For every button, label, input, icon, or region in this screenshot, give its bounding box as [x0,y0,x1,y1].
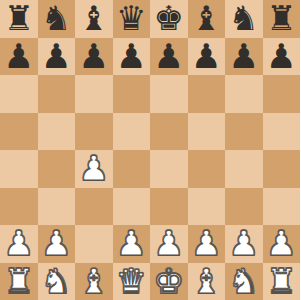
square-c5[interactable] [75,113,113,151]
piece-black-king[interactable]: ♚ [154,0,184,37]
square-d3[interactable] [113,188,151,226]
square-f2[interactable]: ♟ [188,225,226,263]
piece-black-bishop[interactable]: ♝ [191,0,221,37]
piece-black-knight[interactable]: ♞ [229,0,259,37]
square-h6[interactable] [263,75,301,113]
piece-black-queen[interactable]: ♛ [116,0,146,37]
square-h5[interactable] [263,113,301,151]
square-b1[interactable]: ♞ [38,263,76,300]
square-g1[interactable]: ♞ [225,263,263,300]
piece-white-pawn[interactable]: ♟ [229,225,259,262]
square-g3[interactable] [225,188,263,226]
square-b2[interactable]: ♟ [38,225,76,263]
square-b8[interactable]: ♞ [38,0,76,38]
square-e8[interactable]: ♚ [150,0,188,38]
square-f6[interactable] [188,75,226,113]
piece-white-pawn[interactable]: ♟ [116,225,146,262]
square-d7[interactable]: ♟ [113,38,151,76]
piece-black-pawn[interactable]: ♟ [4,38,34,75]
square-c6[interactable] [75,75,113,113]
square-f5[interactable] [188,113,226,151]
square-h1[interactable]: ♜ [263,263,301,300]
square-e6[interactable] [150,75,188,113]
square-a2[interactable]: ♟ [0,225,38,263]
piece-black-bishop[interactable]: ♝ [79,0,109,37]
square-a7[interactable]: ♟ [0,38,38,76]
square-g7[interactable]: ♟ [225,38,263,76]
piece-white-pawn[interactable]: ♟ [41,225,71,262]
square-c4[interactable]: ♟ [75,150,113,188]
piece-black-pawn[interactable]: ♟ [154,38,184,75]
piece-black-knight[interactable]: ♞ [41,0,71,37]
square-b6[interactable] [38,75,76,113]
square-g5[interactable] [225,113,263,151]
piece-black-pawn[interactable]: ♟ [229,38,259,75]
square-e7[interactable]: ♟ [150,38,188,76]
square-a1[interactable]: ♜ [0,263,38,300]
square-h7[interactable]: ♟ [263,38,301,76]
square-h3[interactable] [263,188,301,226]
square-f3[interactable] [188,188,226,226]
square-f8[interactable]: ♝ [188,0,226,38]
square-g6[interactable] [225,75,263,113]
piece-white-queen[interactable]: ♛ [116,263,146,300]
square-a5[interactable] [0,113,38,151]
square-h4[interactable] [263,150,301,188]
piece-white-bishop[interactable]: ♝ [79,263,109,300]
square-d2[interactable]: ♟ [113,225,151,263]
square-h2[interactable]: ♟ [263,225,301,263]
piece-white-bishop[interactable]: ♝ [191,263,221,300]
square-a3[interactable] [0,188,38,226]
square-b7[interactable]: ♟ [38,38,76,76]
square-f7[interactable]: ♟ [188,38,226,76]
square-g8[interactable]: ♞ [225,0,263,38]
square-c7[interactable]: ♟ [75,38,113,76]
square-c1[interactable]: ♝ [75,263,113,300]
square-b3[interactable] [38,188,76,226]
piece-white-knight[interactable]: ♞ [41,263,71,300]
square-a4[interactable] [0,150,38,188]
square-c3[interactable] [75,188,113,226]
piece-white-knight[interactable]: ♞ [229,263,259,300]
piece-black-pawn[interactable]: ♟ [116,38,146,75]
piece-black-pawn[interactable]: ♟ [79,38,109,75]
square-d6[interactable] [113,75,151,113]
square-d1[interactable]: ♛ [113,263,151,300]
piece-black-rook[interactable]: ♜ [266,0,296,37]
piece-white-pawn[interactable]: ♟ [79,150,109,187]
piece-black-pawn[interactable]: ♟ [266,38,296,75]
piece-white-pawn[interactable]: ♟ [154,225,184,262]
piece-white-king[interactable]: ♚ [154,263,184,300]
piece-white-pawn[interactable]: ♟ [4,225,34,262]
piece-black-rook[interactable]: ♜ [4,0,34,37]
square-d4[interactable] [113,150,151,188]
square-d5[interactable] [113,113,151,151]
square-d8[interactable]: ♛ [113,0,151,38]
square-e5[interactable] [150,113,188,151]
square-e1[interactable]: ♚ [150,263,188,300]
square-e2[interactable]: ♟ [150,225,188,263]
square-f4[interactable] [188,150,226,188]
piece-white-rook[interactable]: ♜ [266,263,296,300]
piece-white-pawn[interactable]: ♟ [266,225,296,262]
piece-black-pawn[interactable]: ♟ [41,38,71,75]
square-f1[interactable]: ♝ [188,263,226,300]
square-e4[interactable] [150,150,188,188]
square-a6[interactable] [0,75,38,113]
square-c8[interactable]: ♝ [75,0,113,38]
square-b5[interactable] [38,113,76,151]
square-b4[interactable] [38,150,76,188]
chess-board: ♜♞♝♛♚♝♞♜♟♟♟♟♟♟♟♟♟♟♟♟♟♟♟♟♜♞♝♛♚♝♞♜ [0,0,300,300]
square-g2[interactable]: ♟ [225,225,263,263]
square-e3[interactable] [150,188,188,226]
square-a8[interactable]: ♜ [0,0,38,38]
square-c2[interactable] [75,225,113,263]
square-g4[interactable] [225,150,263,188]
piece-white-rook[interactable]: ♜ [4,263,34,300]
square-h8[interactable]: ♜ [263,0,301,38]
piece-black-pawn[interactable]: ♟ [191,38,221,75]
piece-white-pawn[interactable]: ♟ [191,225,221,262]
